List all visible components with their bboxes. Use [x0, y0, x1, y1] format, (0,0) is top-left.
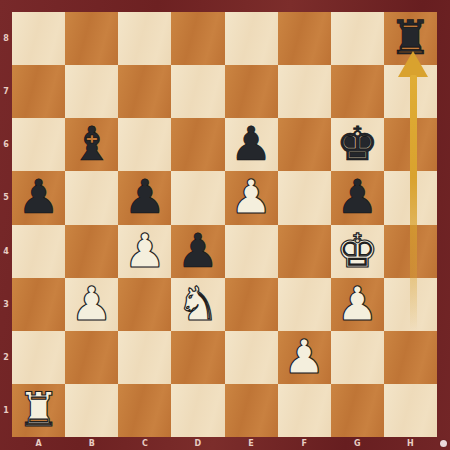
square-f3[interactable] [278, 278, 331, 331]
square-a1[interactable]: ♜ [12, 384, 65, 437]
square-d6[interactable] [171, 118, 224, 171]
square-a4[interactable] [12, 225, 65, 278]
square-e6[interactable]: ♟ [225, 118, 278, 171]
black-bishop-b6[interactable]: ♝ [71, 120, 113, 167]
square-d8[interactable] [171, 12, 224, 65]
square-e7[interactable] [225, 65, 278, 118]
black-rook-h8[interactable]: ♜ [389, 14, 431, 61]
square-c4[interactable]: ♟ [118, 225, 171, 278]
square-b6[interactable]: ♝ [65, 118, 118, 171]
white-pawn-b3[interactable]: ♟ [71, 280, 113, 327]
square-g1[interactable] [331, 384, 384, 437]
file-label-g: G [331, 437, 384, 450]
square-h6[interactable] [384, 118, 437, 171]
chess-board: 87654321 ABCDEFGH ♜♝♟♚♟♟♟♟♟♟♚♟♞♟♟♜ [0, 0, 450, 450]
file-label-a: A [12, 437, 65, 450]
rank-label-2: 2 [0, 331, 12, 384]
square-c1[interactable] [118, 384, 171, 437]
square-b1[interactable] [65, 384, 118, 437]
square-f4[interactable] [278, 225, 331, 278]
black-king-g6[interactable]: ♚ [336, 120, 378, 167]
rank-label-4: 4 [0, 225, 12, 278]
square-h4[interactable] [384, 225, 437, 278]
file-label-b: B [65, 437, 118, 450]
square-a2[interactable] [12, 331, 65, 384]
square-h7[interactable] [384, 65, 437, 118]
square-e3[interactable] [225, 278, 278, 331]
rank-label-8: 8 [0, 12, 12, 65]
turn-indicator-dot [440, 440, 447, 447]
rank-label-3: 3 [0, 278, 12, 331]
black-pawn-c5[interactable]: ♟ [124, 173, 166, 220]
square-e4[interactable] [225, 225, 278, 278]
square-d5[interactable] [171, 171, 224, 224]
square-b2[interactable] [65, 331, 118, 384]
square-c2[interactable] [118, 331, 171, 384]
square-g6[interactable]: ♚ [331, 118, 384, 171]
square-e1[interactable] [225, 384, 278, 437]
square-h2[interactable] [384, 331, 437, 384]
rank-label-7: 7 [0, 65, 12, 118]
file-label-e: E [225, 437, 278, 450]
square-g5[interactable]: ♟ [331, 171, 384, 224]
square-g2[interactable] [331, 331, 384, 384]
square-f2[interactable]: ♟ [278, 331, 331, 384]
square-f7[interactable] [278, 65, 331, 118]
square-f6[interactable] [278, 118, 331, 171]
white-rook-a1[interactable]: ♜ [17, 386, 59, 433]
square-g4[interactable]: ♚ [331, 225, 384, 278]
square-d4[interactable]: ♟ [171, 225, 224, 278]
file-label-h: H [384, 437, 437, 450]
square-a3[interactable] [12, 278, 65, 331]
square-c3[interactable] [118, 278, 171, 331]
white-pawn-c4[interactable]: ♟ [124, 227, 166, 274]
rank-label-6: 6 [0, 118, 12, 171]
square-a7[interactable] [12, 65, 65, 118]
square-g3[interactable]: ♟ [331, 278, 384, 331]
white-pawn-e5[interactable]: ♟ [230, 173, 272, 220]
white-king-g4[interactable]: ♚ [336, 227, 378, 274]
square-h3[interactable] [384, 278, 437, 331]
square-c7[interactable] [118, 65, 171, 118]
square-b8[interactable] [65, 12, 118, 65]
black-pawn-e6[interactable]: ♟ [230, 120, 272, 167]
square-c5[interactable]: ♟ [118, 171, 171, 224]
square-c8[interactable] [118, 12, 171, 65]
square-g8[interactable] [331, 12, 384, 65]
file-label-f: F [278, 437, 331, 450]
square-f5[interactable] [278, 171, 331, 224]
square-c6[interactable] [118, 118, 171, 171]
rank-label-5: 5 [0, 171, 12, 224]
square-e5[interactable]: ♟ [225, 171, 278, 224]
file-labels: ABCDEFGH [12, 437, 437, 450]
rank-labels: 87654321 [0, 12, 12, 437]
square-h1[interactable] [384, 384, 437, 437]
square-d3[interactable]: ♞ [171, 278, 224, 331]
square-a6[interactable] [12, 118, 65, 171]
square-f1[interactable] [278, 384, 331, 437]
file-label-c: C [118, 437, 171, 450]
black-pawn-g5[interactable]: ♟ [336, 173, 378, 220]
square-d2[interactable] [171, 331, 224, 384]
square-d1[interactable] [171, 384, 224, 437]
square-g7[interactable] [331, 65, 384, 118]
square-a5[interactable]: ♟ [12, 171, 65, 224]
board-grid: ♜♝♟♚♟♟♟♟♟♟♚♟♞♟♟♜ [12, 12, 437, 437]
white-pawn-g3[interactable]: ♟ [336, 280, 378, 327]
square-b3[interactable]: ♟ [65, 278, 118, 331]
square-h8[interactable]: ♜ [384, 12, 437, 65]
white-pawn-f2[interactable]: ♟ [283, 333, 325, 380]
square-e8[interactable] [225, 12, 278, 65]
square-b4[interactable] [65, 225, 118, 278]
square-b5[interactable] [65, 171, 118, 224]
white-knight-d3[interactable]: ♞ [177, 280, 219, 327]
square-e2[interactable] [225, 331, 278, 384]
square-h5[interactable] [384, 171, 437, 224]
square-f8[interactable] [278, 12, 331, 65]
square-b7[interactable] [65, 65, 118, 118]
square-d7[interactable] [171, 65, 224, 118]
black-pawn-d4[interactable]: ♟ [177, 227, 219, 274]
rank-label-1: 1 [0, 384, 12, 437]
black-pawn-a5[interactable]: ♟ [17, 173, 59, 220]
square-a8[interactable] [12, 12, 65, 65]
file-label-d: D [171, 437, 224, 450]
